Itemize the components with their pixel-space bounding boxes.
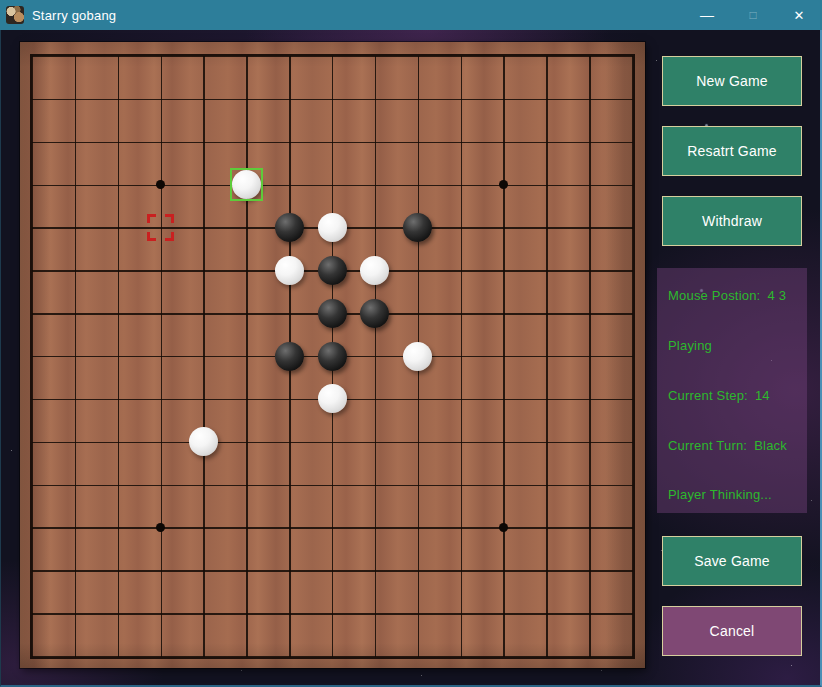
window-controls: — □ ✕	[684, 0, 822, 30]
cursor-marker-corner	[147, 214, 156, 223]
stone-black	[318, 342, 347, 371]
cancel-button[interactable]: Cancel	[662, 606, 802, 656]
close-button[interactable]: ✕	[776, 0, 822, 30]
mouse-position-status: Mouse Postion: 4 3	[668, 287, 786, 303]
mouse-position-value: 4 3	[767, 288, 786, 303]
withdraw-button[interactable]: Withdraw	[662, 196, 802, 246]
cursor-marker	[147, 214, 174, 241]
starfield-background	[1, 30, 2, 31]
current-step-status: Current Step: 14	[668, 387, 770, 403]
player-thinking-label: Player Thinking...	[668, 487, 772, 502]
stone-white	[360, 256, 389, 285]
stone-black	[275, 213, 304, 242]
cursor-marker-corner	[165, 214, 174, 223]
cursor-marker-corner	[147, 232, 156, 241]
main-content: New Game Resatrt Game Withdraw Mouse Pos…	[0, 30, 822, 687]
cursor-marker-corner	[165, 232, 174, 241]
new-game-button[interactable]: New Game	[662, 56, 802, 106]
game-state-label: Playing	[668, 338, 712, 353]
star-point	[156, 523, 165, 532]
stone-white	[318, 213, 347, 242]
current-step-value: 14	[755, 388, 770, 403]
minimize-button[interactable]: —	[684, 0, 730, 30]
stone-black	[275, 342, 304, 371]
star-point	[499, 180, 508, 189]
last-move-marker	[230, 168, 263, 201]
stone-white	[275, 256, 304, 285]
game-state-status: Playing	[668, 337, 712, 353]
player-thinking-status: Player Thinking...	[668, 486, 772, 502]
stone-white	[318, 384, 347, 413]
window-title: Starry gobang	[32, 8, 116, 23]
stone-white	[403, 342, 432, 371]
stone-black	[318, 299, 347, 328]
app-window: Starry gobang — □ ✕ New Game Resatrt Gam…	[0, 0, 822, 687]
restart-game-button[interactable]: Resatrt Game	[662, 126, 802, 176]
star-point	[499, 523, 508, 532]
save-game-button[interactable]: Save Game	[662, 536, 802, 586]
current-turn-label: Current Turn:	[668, 438, 747, 453]
maximize-button[interactable]: □	[730, 0, 776, 30]
stone-black	[403, 213, 432, 242]
current-turn-status: Current Turn: Black	[668, 437, 787, 453]
mouse-position-label: Mouse Postion:	[668, 288, 760, 303]
app-icon	[6, 6, 24, 24]
current-step-label: Current Step:	[668, 388, 748, 403]
status-panel: Mouse Postion: 4 3 Playing Current Step:…	[657, 268, 807, 513]
title-bar[interactable]: Starry gobang — □ ✕	[0, 0, 822, 30]
stone-black	[360, 299, 389, 328]
board-surface[interactable]	[20, 42, 645, 668]
stone-white	[189, 427, 218, 456]
stone-black	[318, 256, 347, 285]
current-turn-value: Black	[754, 438, 787, 453]
